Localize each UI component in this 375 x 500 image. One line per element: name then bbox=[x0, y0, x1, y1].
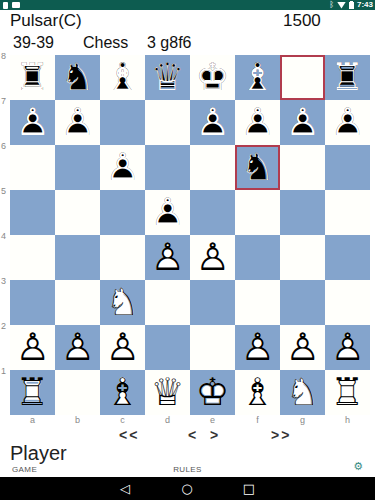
rewind-button[interactable]: << bbox=[119, 426, 139, 444]
app-screen: ᛒ 7:43 Pulsar(C) 1500 39-39 Chess 3 g8f6… bbox=[0, 0, 375, 500]
engine-rating: 1500 bbox=[283, 10, 321, 32]
square-e1[interactable]: ♚♔ bbox=[190, 370, 235, 415]
notification-icon bbox=[3, 2, 8, 9]
square-f1[interactable]: ♝♗ bbox=[235, 370, 280, 415]
square-b1[interactable] bbox=[55, 370, 100, 415]
square-g4[interactable] bbox=[280, 235, 325, 280]
black-pawn-icon: ♟♙ bbox=[100, 145, 145, 190]
square-d7[interactable] bbox=[145, 100, 190, 145]
square-b5[interactable] bbox=[55, 190, 100, 235]
square-a5[interactable] bbox=[10, 190, 55, 235]
status-bar: ᛒ 7:43 bbox=[0, 0, 375, 10]
white-pawn-icon: ♟♙ bbox=[325, 325, 370, 370]
black-pawn-icon: ♟♙ bbox=[145, 190, 190, 235]
black-king-icon: ♚♔ bbox=[190, 55, 235, 100]
square-b2[interactable]: ♟♙ bbox=[55, 325, 100, 370]
rank-label-4: 4 bbox=[1, 232, 10, 241]
black-pawn-icon: ♟♙ bbox=[10, 100, 55, 145]
square-c1[interactable]: ♝♗ bbox=[100, 370, 145, 415]
status-left-icons bbox=[3, 1, 20, 9]
black-queen-icon: ♛♕ bbox=[145, 55, 190, 100]
square-f3[interactable] bbox=[235, 280, 280, 325]
black-pawn-icon: ♟♙ bbox=[280, 100, 325, 145]
rank-label-1: 1 bbox=[1, 367, 10, 376]
square-g3[interactable] bbox=[280, 280, 325, 325]
last-move-text: 3 g8f6 bbox=[147, 32, 191, 53]
status-right-icons: ᛒ 7:43 bbox=[329, 0, 373, 10]
square-d3[interactable] bbox=[145, 280, 190, 325]
rank-label-5: 5 bbox=[1, 187, 10, 196]
black-bishop-icon: ♝♗ bbox=[100, 55, 145, 100]
board-area: 87654321 ♜♖♞♘♝♗♛♕♚♔♝♗♜♖♟♙♟♙♟♙♟♙♟♙♟♙♟♙♞♘♟… bbox=[0, 55, 375, 415]
square-c5[interactable] bbox=[100, 190, 145, 235]
square-b8[interactable]: ♞♘ bbox=[55, 55, 100, 100]
square-d6[interactable] bbox=[145, 145, 190, 190]
square-d8[interactable]: ♛♕ bbox=[145, 55, 190, 100]
square-a3[interactable] bbox=[10, 280, 55, 325]
square-e3[interactable] bbox=[190, 280, 235, 325]
square-f5[interactable] bbox=[235, 190, 280, 235]
square-a1[interactable]: ♜♖ bbox=[10, 370, 55, 415]
square-b3[interactable] bbox=[55, 280, 100, 325]
rank-label-7: 7 bbox=[1, 97, 10, 106]
black-bishop-icon: ♝♗ bbox=[235, 55, 280, 100]
rank-label-6: 6 bbox=[1, 142, 10, 151]
square-b7[interactable]: ♟♙ bbox=[55, 100, 100, 145]
square-c7[interactable] bbox=[100, 100, 145, 145]
square-h5[interactable] bbox=[325, 190, 370, 235]
square-f2[interactable]: ♟♙ bbox=[235, 325, 280, 370]
black-pawn-icon: ♟♙ bbox=[235, 100, 280, 145]
square-c6[interactable]: ♟♙ bbox=[100, 145, 145, 190]
square-f6[interactable]: ♞♘ bbox=[235, 145, 280, 190]
square-d2[interactable] bbox=[145, 325, 190, 370]
square-e8[interactable]: ♚♔ bbox=[190, 55, 235, 100]
rank-label-8: 8 bbox=[1, 52, 10, 61]
square-h7[interactable]: ♟♙ bbox=[325, 100, 370, 145]
square-c3[interactable]: ♞♘ bbox=[100, 280, 145, 325]
square-a6[interactable] bbox=[10, 145, 55, 190]
white-pawn-icon: ♟♙ bbox=[235, 325, 280, 370]
square-b4[interactable] bbox=[55, 235, 100, 280]
white-rook-icon: ♜♖ bbox=[10, 370, 55, 415]
square-g1[interactable]: ♞♘ bbox=[280, 370, 325, 415]
square-c4[interactable] bbox=[100, 235, 145, 280]
material-score: 39-39 bbox=[13, 32, 54, 53]
square-d4[interactable]: ♟♙ bbox=[145, 235, 190, 280]
player-label: Player bbox=[10, 442, 67, 464]
square-g2[interactable]: ♟♙ bbox=[280, 325, 325, 370]
square-h1[interactable]: ♜♖ bbox=[325, 370, 370, 415]
rank-label-3: 3 bbox=[1, 277, 10, 286]
status-time: 7:43 bbox=[357, 0, 373, 10]
square-e5[interactable] bbox=[190, 190, 235, 235]
white-pawn-icon: ♟♙ bbox=[55, 325, 100, 370]
square-h3[interactable] bbox=[325, 280, 370, 325]
android-nav-bar: ◁ ○ □ bbox=[0, 477, 375, 500]
wifi-icon bbox=[337, 2, 346, 9]
square-d1[interactable]: ♛♕ bbox=[145, 370, 190, 415]
tab-rules[interactable]: RULES bbox=[0, 465, 375, 474]
black-knight-icon: ♞♘ bbox=[235, 145, 280, 190]
white-bishop-icon: ♝♗ bbox=[100, 370, 145, 415]
square-h2[interactable]: ♟♙ bbox=[325, 325, 370, 370]
square-c2[interactable]: ♟♙ bbox=[100, 325, 145, 370]
black-knight-icon: ♞♘ bbox=[55, 55, 100, 100]
square-g7[interactable]: ♟♙ bbox=[280, 100, 325, 145]
fast-forward-button[interactable]: >> bbox=[271, 426, 291, 444]
black-pawn-icon: ♟♙ bbox=[325, 100, 370, 145]
step-back-button[interactable]: < bbox=[188, 426, 198, 444]
android-back-icon[interactable]: ◁ bbox=[115, 477, 135, 500]
square-h8[interactable]: ♜♖ bbox=[325, 55, 370, 100]
square-h6[interactable] bbox=[325, 145, 370, 190]
white-pawn-icon: ♟♙ bbox=[10, 325, 55, 370]
game-variant: Chess bbox=[83, 32, 128, 53]
square-a8[interactable]: ♜♖ bbox=[10, 55, 55, 100]
white-knight-icon: ♞♘ bbox=[280, 370, 325, 415]
white-rook-icon: ♜♖ bbox=[325, 370, 370, 415]
square-a7[interactable]: ♟♙ bbox=[10, 100, 55, 145]
square-g8[interactable] bbox=[280, 55, 325, 100]
black-rook-icon: ♜♖ bbox=[10, 55, 55, 100]
square-b6[interactable] bbox=[55, 145, 100, 190]
square-e6[interactable] bbox=[190, 145, 235, 190]
black-rook-icon: ♜♖ bbox=[325, 55, 370, 100]
android-recents-icon[interactable]: □ bbox=[239, 477, 259, 500]
square-e7[interactable]: ♟♙ bbox=[190, 100, 235, 145]
square-f8[interactable]: ♝♗ bbox=[235, 55, 280, 100]
bluetooth-icon: ᛒ bbox=[329, 0, 334, 10]
black-pawn-icon: ♟♙ bbox=[55, 100, 100, 145]
square-g5[interactable] bbox=[280, 190, 325, 235]
settings-gear-icon[interactable]: ⚙ bbox=[353, 460, 363, 473]
square-c8[interactable]: ♝♗ bbox=[100, 55, 145, 100]
black-pawn-icon: ♟♙ bbox=[190, 100, 235, 145]
chess-board: ♜♖♞♘♝♗♛♕♚♔♝♗♜♖♟♙♟♙♟♙♟♙♟♙♟♙♟♙♞♘♟♙♟♙♟♙♞♘♟♙… bbox=[10, 55, 370, 415]
square-f7[interactable]: ♟♙ bbox=[235, 100, 280, 145]
white-pawn-icon: ♟♙ bbox=[100, 325, 145, 370]
white-knight-icon: ♞♘ bbox=[100, 280, 145, 325]
square-a4[interactable] bbox=[10, 235, 55, 280]
sd-card-icon bbox=[12, 2, 20, 8]
android-home-icon[interactable]: ○ bbox=[177, 477, 197, 500]
white-bishop-icon: ♝♗ bbox=[235, 370, 280, 415]
title-row: Pulsar(C) 1500 bbox=[0, 10, 375, 32]
info-row: 39-39 Chess 3 g8f6 bbox=[0, 32, 375, 54]
square-h4[interactable] bbox=[325, 235, 370, 280]
white-pawn-icon: ♟♙ bbox=[145, 235, 190, 280]
battery-icon bbox=[349, 2, 354, 9]
square-f4[interactable] bbox=[235, 235, 280, 280]
rank-label-2: 2 bbox=[1, 322, 10, 331]
app-title: Pulsar(C) bbox=[10, 10, 82, 32]
white-pawn-icon: ♟♙ bbox=[280, 325, 325, 370]
white-queen-icon: ♛♕ bbox=[145, 370, 190, 415]
white-pawn-icon: ♟♙ bbox=[190, 235, 235, 280]
step-forward-button[interactable]: > bbox=[210, 426, 220, 444]
square-e2[interactable] bbox=[190, 325, 235, 370]
square-e4[interactable]: ♟♙ bbox=[190, 235, 235, 280]
square-d5[interactable]: ♟♙ bbox=[145, 190, 190, 235]
square-a2[interactable]: ♟♙ bbox=[10, 325, 55, 370]
white-king-icon: ♚♔ bbox=[190, 370, 235, 415]
square-g6[interactable] bbox=[280, 145, 325, 190]
